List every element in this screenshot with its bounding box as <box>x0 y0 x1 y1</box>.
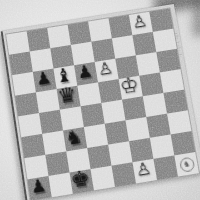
white-pawn-e6: ♙ <box>96 59 114 78</box>
black-pawn-d6: ♟ <box>76 63 94 82</box>
black-pawn-a1: ♟ <box>29 177 47 197</box>
black-queen-c5: ♛ <box>56 84 78 108</box>
black-king-c1: ♚ <box>69 167 91 191</box>
black-knight-c3: ♞ <box>64 127 84 149</box>
white-pawn-f1: ♙ <box>134 159 152 179</box>
square-h1: ♞ <box>174 152 199 177</box>
black-pawn-b6: ♟ <box>35 69 53 88</box>
chessboard-grid: ♙♟♝♟♙♛♔♞♟♚♙♞ <box>6 9 199 200</box>
board-maker-logo-stamp: ♞ <box>178 156 194 172</box>
white-king-f5: ♔ <box>118 74 140 98</box>
chessboard: ♙♟♝♟♙♛♔♞♟♚♙♞ ·ılı·l·ılı·l· <box>1 4 200 200</box>
chessboard-photo: ♙♟♝♟♙♛♔♞♟♚♙♞ ·ılı·l·ılı·l· <box>0 0 200 200</box>
white-pawn-g8: ♙ <box>131 12 149 31</box>
background-shadow-corner <box>193 0 200 36</box>
